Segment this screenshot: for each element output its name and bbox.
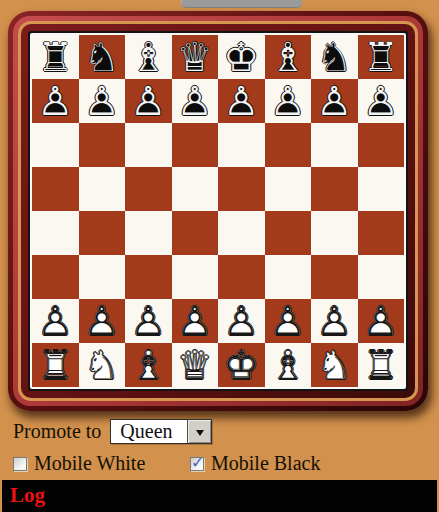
piece-white-pawn: ♟	[218, 299, 265, 343]
piece-black-pawn-outline: ♙	[32, 79, 79, 123]
square-c6[interactable]	[125, 123, 172, 167]
square-d3[interactable]	[172, 255, 219, 299]
square-g6[interactable]	[311, 123, 358, 167]
square-d5[interactable]	[172, 167, 219, 211]
mobile-white-group: ✓ Mobile White	[13, 452, 145, 475]
piece-black-pawn: ♟	[218, 79, 265, 123]
square-e8[interactable]: ♚♔	[218, 35, 265, 79]
frame-band: ♜♖♞♘♝♗♛♕♚♔♝♗♞♘♜♖♟♙♟♙♟♙♟♙♟♙♟♙♟♙♟♙♟♙♟♙♟♙♟♙…	[13, 16, 423, 406]
piece-black-bishop: ♝	[265, 35, 312, 79]
piece-white-pawn-outline: ♙	[218, 299, 265, 343]
promote-select[interactable]: Queen	[110, 419, 212, 444]
square-b3[interactable]	[79, 255, 126, 299]
piece-white-pawn-outline: ♙	[79, 299, 126, 343]
piece-white-knight: ♞	[311, 343, 358, 387]
square-a8[interactable]: ♜♖	[32, 35, 79, 79]
square-g4[interactable]	[311, 211, 358, 255]
piece-white-pawn: ♟	[172, 299, 219, 343]
square-d2[interactable]: ♟♙	[172, 299, 219, 343]
piece-white-pawn-outline: ♙	[358, 299, 405, 343]
piece-white-rook-outline: ♖	[358, 343, 405, 387]
square-g3[interactable]	[311, 255, 358, 299]
piece-black-pawn-outline: ♙	[79, 79, 126, 123]
piece-white-rook: ♜	[32, 343, 79, 387]
square-c8[interactable]: ♝♗	[125, 35, 172, 79]
piece-white-pawn-outline: ♙	[265, 299, 312, 343]
square-g5[interactable]	[311, 167, 358, 211]
square-e5[interactable]	[218, 167, 265, 211]
square-b4[interactable]	[79, 211, 126, 255]
square-a4[interactable]	[32, 211, 79, 255]
piece-white-rook: ♜	[358, 343, 405, 387]
piece-white-pawn: ♟	[358, 299, 405, 343]
piece-black-rook-outline: ♖	[358, 35, 405, 79]
piece-white-pawn: ♟	[311, 299, 358, 343]
piece-white-pawn: ♟	[79, 299, 126, 343]
square-e3[interactable]	[218, 255, 265, 299]
piece-white-bishop: ♝	[265, 343, 312, 387]
mobile-black-label: Mobile Black	[211, 452, 320, 475]
square-c2[interactable]: ♟♙	[125, 299, 172, 343]
square-f2[interactable]: ♟♙	[265, 299, 312, 343]
square-b7[interactable]: ♟♙	[79, 79, 126, 123]
piece-black-rook-outline: ♖	[32, 35, 79, 79]
promotion-row: Promote to Queen	[13, 418, 212, 445]
board-frame: ♜♖♞♘♝♗♛♕♚♔♝♗♞♘♜♖♟♙♟♙♟♙♟♙♟♙♟♙♟♙♟♙♟♙♟♙♟♙♟♙…	[8, 11, 428, 411]
mobile-black-checkbox[interactable]: ✓	[190, 457, 204, 471]
piece-black-queen: ♛	[172, 35, 219, 79]
promote-select-value[interactable]: Queen	[111, 420, 187, 443]
checkmark-icon: ✓	[191, 453, 204, 472]
piece-black-pawn: ♟	[79, 79, 126, 123]
square-f5[interactable]	[265, 167, 312, 211]
piece-black-rook: ♜	[32, 35, 79, 79]
square-b2[interactable]: ♟♙	[79, 299, 126, 343]
log-panel: Log	[2, 480, 437, 512]
piece-white-queen-outline: ♕	[172, 343, 219, 387]
piece-white-knight: ♞	[79, 343, 126, 387]
square-d6[interactable]	[172, 123, 219, 167]
piece-black-bishop: ♝	[125, 35, 172, 79]
mobile-black-group: ✓ Mobile Black	[190, 452, 320, 475]
piece-white-bishop-outline: ♗	[265, 343, 312, 387]
dropdown-arrow-icon[interactable]	[187, 420, 211, 443]
square-b6[interactable]	[79, 123, 126, 167]
square-b8[interactable]: ♞♘	[79, 35, 126, 79]
piece-black-pawn: ♟	[32, 79, 79, 123]
square-h8[interactable]: ♜♖	[358, 35, 405, 79]
square-f8[interactable]: ♝♗	[265, 35, 312, 79]
square-c1[interactable]: ♝♗	[125, 343, 172, 387]
square-d1[interactable]: ♛♕	[172, 343, 219, 387]
frame-edge-light: ♜♖♞♘♝♗♛♕♚♔♝♗♞♘♜♖♟♙♟♙♟♙♟♙♟♙♟♙♟♙♟♙♟♙♟♙♟♙♟♙…	[30, 33, 406, 389]
piece-white-knight-outline: ♘	[79, 343, 126, 387]
square-g8[interactable]: ♞♘	[311, 35, 358, 79]
piece-black-knight: ♞	[79, 35, 126, 79]
piece-white-knight-outline: ♘	[311, 343, 358, 387]
square-c4[interactable]	[125, 211, 172, 255]
square-f1[interactable]: ♝♗	[265, 343, 312, 387]
square-h7[interactable]: ♟♙	[358, 79, 405, 123]
board: ♜♖♞♘♝♗♛♕♚♔♝♗♞♘♜♖♟♙♟♙♟♙♟♙♟♙♟♙♟♙♟♙♟♙♟♙♟♙♟♙…	[32, 35, 404, 387]
frame-trim: ♜♖♞♘♝♗♛♕♚♔♝♗♞♘♜♖♟♙♟♙♟♙♟♙♟♙♟♙♟♙♟♙♟♙♟♙♟♙♟♙…	[18, 21, 418, 401]
square-b1[interactable]: ♞♘	[79, 343, 126, 387]
piece-black-pawn-outline: ♙	[358, 79, 405, 123]
square-a7[interactable]: ♟♙	[32, 79, 79, 123]
square-g2[interactable]: ♟♙	[311, 299, 358, 343]
square-h5[interactable]	[358, 167, 405, 211]
piece-black-knight: ♞	[311, 35, 358, 79]
log-title: Log	[2, 480, 437, 508]
piece-black-pawn: ♟	[172, 79, 219, 123]
piece-black-pawn-outline: ♙	[218, 79, 265, 123]
promote-label: Promote to	[13, 420, 101, 443]
square-d8[interactable]: ♛♕	[172, 35, 219, 79]
square-h3[interactable]	[358, 255, 405, 299]
square-f4[interactable]	[265, 211, 312, 255]
square-c5[interactable]	[125, 167, 172, 211]
gray-tab	[181, 0, 302, 8]
square-e4[interactable]	[218, 211, 265, 255]
square-a6[interactable]	[32, 123, 79, 167]
piece-black-pawn: ♟	[311, 79, 358, 123]
piece-black-pawn-outline: ♙	[125, 79, 172, 123]
square-e2[interactable]: ♟♙	[218, 299, 265, 343]
piece-white-queen: ♛	[172, 343, 219, 387]
piece-white-bishop: ♝	[125, 343, 172, 387]
frame-inner: ♜♖♞♘♝♗♛♕♚♔♝♗♞♘♜♖♟♙♟♙♟♙♟♙♟♙♟♙♟♙♟♙♟♙♟♙♟♙♟♙…	[21, 24, 415, 398]
square-e1[interactable]: ♚♔	[218, 343, 265, 387]
piece-white-pawn-outline: ♙	[125, 299, 172, 343]
square-e7[interactable]: ♟♙	[218, 79, 265, 123]
square-a5[interactable]	[32, 167, 79, 211]
mobile-white-label: Mobile White	[34, 452, 145, 475]
square-a2[interactable]: ♟♙	[32, 299, 79, 343]
piece-white-rook-outline: ♖	[32, 343, 79, 387]
piece-white-pawn: ♟	[32, 299, 79, 343]
piece-black-pawn-outline: ♙	[172, 79, 219, 123]
piece-white-king-outline: ♔	[218, 343, 265, 387]
triangle-down-icon	[196, 430, 204, 440]
piece-white-pawn: ♟	[125, 299, 172, 343]
piece-black-pawn-outline: ♙	[265, 79, 312, 123]
piece-black-knight-outline: ♘	[311, 35, 358, 79]
square-h4[interactable]	[358, 211, 405, 255]
square-g7[interactable]: ♟♙	[311, 79, 358, 123]
square-a3[interactable]	[32, 255, 79, 299]
piece-black-pawn: ♟	[125, 79, 172, 123]
piece-white-pawn-outline: ♙	[172, 299, 219, 343]
square-g1[interactable]: ♞♘	[311, 343, 358, 387]
square-h2[interactable]: ♟♙	[358, 299, 405, 343]
square-f6[interactable]	[265, 123, 312, 167]
square-b5[interactable]	[79, 167, 126, 211]
piece-black-bishop-outline: ♗	[265, 35, 312, 79]
square-d7[interactable]: ♟♙	[172, 79, 219, 123]
square-f3[interactable]	[265, 255, 312, 299]
square-d4[interactable]	[172, 211, 219, 255]
square-f7[interactable]: ♟♙	[265, 79, 312, 123]
piece-white-pawn-outline: ♙	[311, 299, 358, 343]
square-e6[interactable]	[218, 123, 265, 167]
piece-black-pawn-outline: ♙	[311, 79, 358, 123]
piece-black-king-outline: ♔	[218, 35, 265, 79]
square-h6[interactable]	[358, 123, 405, 167]
square-h1[interactable]: ♜♖	[358, 343, 405, 387]
frame-edge-dark: ♜♖♞♘♝♗♛♕♚♔♝♗♞♘♜♖♟♙♟♙♟♙♟♙♟♙♟♙♟♙♟♙♟♙♟♙♟♙♟♙…	[28, 31, 408, 391]
square-c3[interactable]	[125, 255, 172, 299]
square-c7[interactable]: ♟♙	[125, 79, 172, 123]
piece-black-bishop-outline: ♗	[125, 35, 172, 79]
piece-white-bishop-outline: ♗	[125, 343, 172, 387]
piece-black-queen-outline: ♕	[172, 35, 219, 79]
piece-white-king: ♚	[218, 343, 265, 387]
square-a1[interactable]: ♜♖	[32, 343, 79, 387]
piece-white-pawn-outline: ♙	[32, 299, 79, 343]
piece-white-pawn: ♟	[265, 299, 312, 343]
mobile-white-checkbox[interactable]: ✓	[13, 457, 27, 471]
piece-black-rook: ♜	[358, 35, 405, 79]
piece-black-pawn: ♟	[265, 79, 312, 123]
piece-black-pawn: ♟	[358, 79, 405, 123]
piece-black-knight-outline: ♘	[79, 35, 126, 79]
piece-black-king: ♚	[218, 35, 265, 79]
